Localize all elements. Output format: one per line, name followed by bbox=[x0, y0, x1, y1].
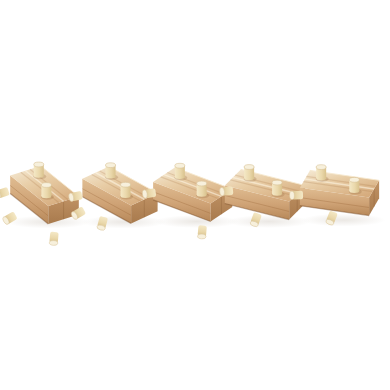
under-peg bbox=[49, 232, 59, 246]
product-photo bbox=[0, 0, 390, 390]
under-peg-cap bbox=[197, 234, 206, 240]
top-peg-cap bbox=[272, 180, 282, 185]
top-peg-cap bbox=[34, 162, 44, 167]
top-peg-cap bbox=[175, 163, 185, 168]
top-peg-cap bbox=[41, 183, 51, 188]
under-peg-cap bbox=[289, 191, 294, 200]
under-peg bbox=[219, 186, 233, 196]
under-peg-body bbox=[0, 187, 10, 198]
top-peg-cap bbox=[316, 165, 326, 170]
top-peg-cap bbox=[121, 182, 131, 187]
peg-board-1 bbox=[0, 162, 91, 246]
peg-board-3 bbox=[142, 163, 239, 239]
peg-board-5 bbox=[289, 165, 385, 227]
top-peg-cap bbox=[197, 181, 207, 186]
ground-shadow bbox=[227, 215, 311, 228]
top-peg-cap bbox=[106, 163, 116, 168]
under-peg bbox=[289, 191, 303, 200]
top-peg-cap bbox=[244, 165, 254, 170]
ground-shadow bbox=[302, 214, 386, 227]
under-peg bbox=[197, 225, 207, 239]
top-peg-cap bbox=[349, 177, 359, 182]
under-peg bbox=[0, 187, 10, 199]
under-peg-cap bbox=[49, 240, 58, 246]
product-photo-canvas bbox=[0, 0, 390, 390]
ground-shadow bbox=[155, 215, 239, 228]
